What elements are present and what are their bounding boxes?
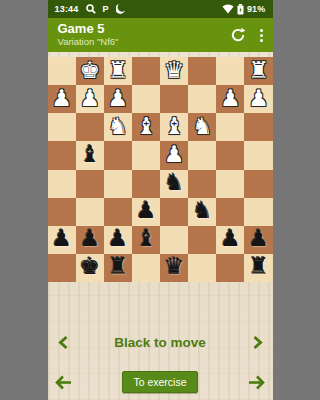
board-square[interactable]: ♟ bbox=[104, 85, 132, 113]
board-square[interactable]: ♛ bbox=[160, 57, 188, 85]
chess-board: ♚♜♛♜♟♟♟♟♟♞♝♝♞♝♟♞♟♞♟♟♟♝♟♟♚♜♛♜ bbox=[48, 57, 273, 282]
white-piece-k[interactable]: ♚ bbox=[79, 59, 100, 82]
black-piece-k[interactable]: ♚ bbox=[79, 255, 100, 278]
arrow-forward-icon[interactable] bbox=[248, 375, 265, 390]
white-piece-r[interactable]: ♜ bbox=[248, 59, 269, 82]
board-square[interactable]: ♜ bbox=[244, 57, 272, 85]
board-square[interactable]: ♜ bbox=[104, 254, 132, 282]
black-piece-r[interactable]: ♜ bbox=[108, 255, 129, 278]
board-square[interactable]: ♜ bbox=[244, 254, 272, 282]
black-piece-p[interactable]: ♟ bbox=[136, 199, 157, 222]
board-square[interactable]: ♟ bbox=[76, 85, 104, 113]
board-square[interactable] bbox=[104, 198, 132, 226]
board-square[interactable]: ♟ bbox=[104, 226, 132, 254]
board-square[interactable] bbox=[132, 141, 160, 169]
board-square[interactable] bbox=[188, 85, 216, 113]
board-square[interactable] bbox=[216, 113, 244, 141]
board-square[interactable] bbox=[48, 141, 76, 169]
white-piece-p[interactable]: ♟ bbox=[51, 87, 72, 110]
exercise-nav-row: To exercise bbox=[48, 370, 273, 394]
white-piece-b[interactable]: ♝ bbox=[136, 115, 157, 138]
move-status-text: Black to move bbox=[70, 335, 251, 350]
board-square[interactable]: ♟ bbox=[160, 141, 188, 169]
black-piece-n[interactable]: ♞ bbox=[164, 171, 185, 194]
white-piece-q[interactable]: ♛ bbox=[164, 59, 185, 82]
footer-panel: Black to move To exercise bbox=[48, 282, 273, 400]
board-square[interactable] bbox=[48, 170, 76, 198]
moon-icon bbox=[116, 4, 125, 14]
board-square[interactable] bbox=[160, 198, 188, 226]
board-square[interactable]: ♟ bbox=[216, 226, 244, 254]
arrow-back-icon[interactable] bbox=[55, 375, 72, 390]
clock-text: 13:44 bbox=[55, 4, 79, 14]
black-piece-p[interactable]: ♟ bbox=[79, 227, 100, 250]
board-square[interactable] bbox=[48, 113, 76, 141]
overflow-menu-icon[interactable] bbox=[260, 29, 263, 42]
board-square[interactable]: ♟ bbox=[132, 198, 160, 226]
board-square[interactable] bbox=[244, 170, 272, 198]
board-square[interactable] bbox=[76, 113, 104, 141]
board-square[interactable] bbox=[216, 141, 244, 169]
board-square[interactable] bbox=[244, 198, 272, 226]
board-square[interactable] bbox=[188, 254, 216, 282]
white-piece-r[interactable]: ♜ bbox=[108, 59, 129, 82]
refresh-icon[interactable] bbox=[230, 27, 246, 43]
black-piece-p[interactable]: ♟ bbox=[248, 227, 269, 250]
board-square[interactable]: ♜ bbox=[104, 57, 132, 85]
white-piece-n[interactable]: ♞ bbox=[108, 115, 129, 138]
black-piece-r[interactable]: ♜ bbox=[248, 255, 269, 278]
board-square[interactable]: ♞ bbox=[160, 170, 188, 198]
black-piece-b[interactable]: ♝ bbox=[136, 227, 157, 250]
chevron-left-icon[interactable] bbox=[57, 335, 70, 350]
board-square[interactable] bbox=[244, 113, 272, 141]
board-square[interactable] bbox=[132, 85, 160, 113]
board-square[interactable]: ♝ bbox=[160, 113, 188, 141]
board-square[interactable]: ♟ bbox=[76, 226, 104, 254]
to-exercise-button[interactable]: To exercise bbox=[122, 371, 197, 393]
status-bar: 13:44 P 91% bbox=[48, 0, 273, 18]
p-icon: P bbox=[103, 4, 109, 14]
white-piece-p[interactable]: ♟ bbox=[220, 87, 241, 110]
board-square[interactable] bbox=[188, 141, 216, 169]
search-icon bbox=[86, 4, 96, 14]
board-square[interactable]: ♝ bbox=[132, 226, 160, 254]
board-square[interactable] bbox=[188, 226, 216, 254]
black-piece-p[interactable]: ♟ bbox=[108, 227, 129, 250]
black-piece-q[interactable]: ♛ bbox=[164, 255, 185, 278]
white-piece-p[interactable]: ♟ bbox=[108, 87, 129, 110]
board-square[interactable] bbox=[216, 198, 244, 226]
white-piece-p[interactable]: ♟ bbox=[79, 87, 100, 110]
board-square[interactable] bbox=[188, 57, 216, 85]
board-square[interactable]: ♚ bbox=[76, 254, 104, 282]
board-square[interactable] bbox=[160, 226, 188, 254]
board-square[interactable] bbox=[76, 198, 104, 226]
white-piece-p[interactable]: ♟ bbox=[248, 87, 269, 110]
board-square[interactable] bbox=[244, 141, 272, 169]
board-square[interactable]: ♝ bbox=[76, 141, 104, 169]
board-square[interactable] bbox=[104, 170, 132, 198]
battery-icon bbox=[237, 4, 244, 15]
black-piece-p[interactable]: ♟ bbox=[220, 227, 241, 250]
black-piece-p[interactable]: ♟ bbox=[51, 227, 72, 250]
board-square[interactable] bbox=[132, 57, 160, 85]
board-square[interactable] bbox=[48, 254, 76, 282]
board-square[interactable]: ♚ bbox=[76, 57, 104, 85]
board-square[interactable]: ♛ bbox=[160, 254, 188, 282]
board-square[interactable]: ♞ bbox=[104, 113, 132, 141]
app-screen: 13:44 P 91% Game 5 Variation "Nf6" bbox=[48, 0, 273, 400]
board-square[interactable]: ♟ bbox=[244, 226, 272, 254]
black-piece-b[interactable]: ♝ bbox=[79, 143, 100, 166]
battery-percent-text: 91% bbox=[247, 4, 266, 14]
board-square[interactable]: ♞ bbox=[188, 198, 216, 226]
app-bar: Game 5 Variation "Nf6" bbox=[48, 18, 273, 52]
board-square[interactable] bbox=[216, 170, 244, 198]
board-square[interactable]: ♟ bbox=[48, 85, 76, 113]
chevron-right-icon[interactable] bbox=[251, 335, 264, 350]
board-square[interactable] bbox=[216, 254, 244, 282]
white-piece-p[interactable]: ♟ bbox=[164, 143, 185, 166]
board-square[interactable] bbox=[76, 170, 104, 198]
board-square[interactable]: ♟ bbox=[48, 226, 76, 254]
board-square[interactable] bbox=[104, 141, 132, 169]
white-piece-b[interactable]: ♝ bbox=[164, 115, 185, 138]
board-square[interactable] bbox=[132, 254, 160, 282]
board-square[interactable]: ♟ bbox=[244, 85, 272, 113]
board-square[interactable] bbox=[48, 198, 76, 226]
board-square[interactable]: ♞ bbox=[188, 113, 216, 141]
page-title: Game 5 bbox=[58, 22, 119, 37]
board-square[interactable] bbox=[188, 170, 216, 198]
wifi-icon bbox=[222, 4, 234, 14]
board-square[interactable] bbox=[48, 57, 76, 85]
page-subtitle: Variation "Nf6" bbox=[58, 37, 119, 48]
board-square[interactable]: ♟ bbox=[216, 85, 244, 113]
black-piece-n[interactable]: ♞ bbox=[192, 199, 213, 222]
board-square[interactable] bbox=[132, 170, 160, 198]
board-square[interactable] bbox=[160, 85, 188, 113]
white-piece-n[interactable]: ♞ bbox=[192, 115, 213, 138]
move-status-row: Black to move bbox=[48, 332, 273, 352]
board-square[interactable]: ♝ bbox=[132, 113, 160, 141]
board-square[interactable] bbox=[216, 57, 244, 85]
